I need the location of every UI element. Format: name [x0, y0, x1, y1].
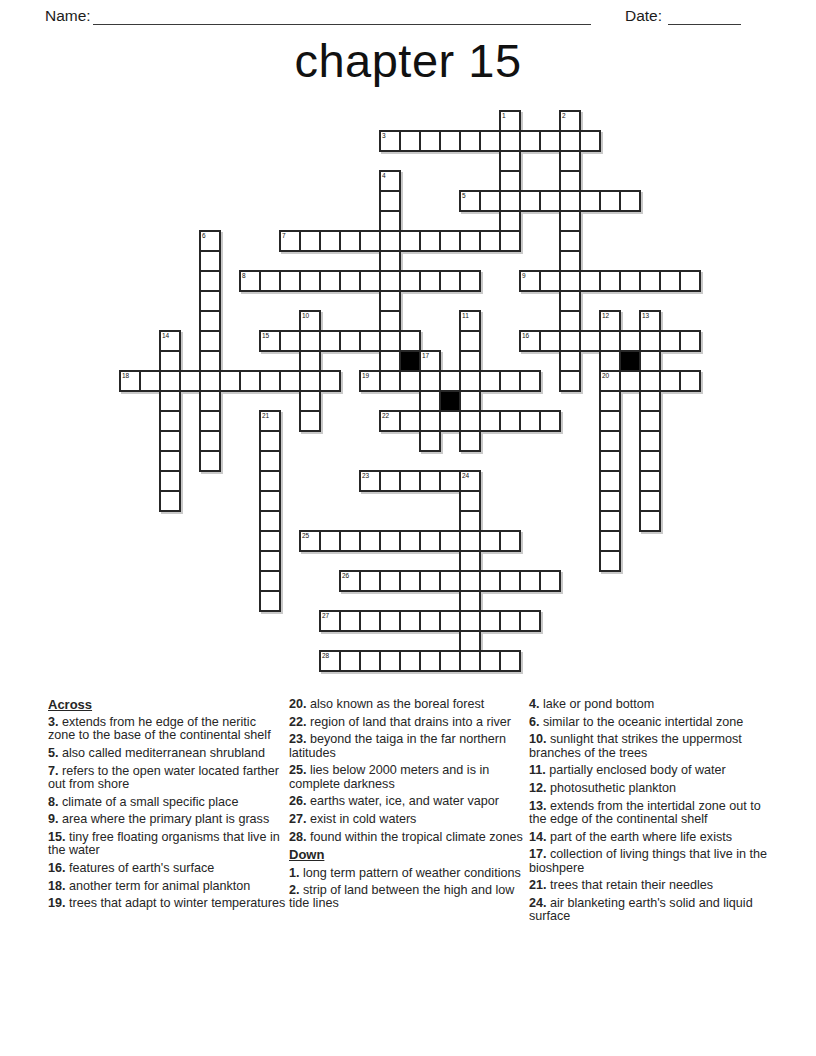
clue-number: 14 — [162, 332, 169, 339]
grid-cell[interactable] — [199, 330, 221, 352]
across-header: Across — [48, 698, 286, 711]
grid-cell[interactable] — [159, 490, 181, 512]
grid-cell[interactable] — [159, 430, 181, 452]
grid-cell[interactable] — [559, 310, 581, 332]
grid-cell[interactable] — [419, 390, 441, 412]
grid-cell[interactable] — [539, 270, 561, 292]
grid-cell[interactable] — [379, 570, 401, 592]
grid-cell[interactable] — [579, 130, 601, 152]
grid-cell[interactable] — [599, 190, 621, 212]
grid-cell[interactable] — [599, 510, 621, 532]
grid-cell[interactable] — [479, 530, 501, 552]
grid-cell[interactable] — [419, 230, 441, 252]
grid-cell[interactable] — [199, 310, 221, 332]
grid-cell[interactable] — [599, 350, 621, 372]
grid-cell[interactable]: 17 — [419, 350, 441, 372]
clues-column-3: 4. lake or pond bottom6. similar to the … — [529, 698, 777, 928]
grid-cell[interactable] — [399, 330, 421, 352]
grid-cell[interactable] — [399, 370, 421, 392]
grid-cell[interactable] — [639, 350, 661, 372]
grid-cell[interactable] — [299, 270, 321, 292]
grid-cell[interactable] — [459, 570, 481, 592]
grid-cell[interactable] — [619, 330, 641, 352]
down-header: Down — [289, 848, 527, 861]
grid-cell[interactable] — [259, 450, 281, 472]
grid-cell[interactable] — [279, 370, 301, 392]
grid-cell[interactable] — [439, 130, 461, 152]
clue-down-1: 1. long term pattern of weather conditio… — [289, 867, 527, 880]
grid-cell[interactable] — [279, 330, 301, 352]
grid-cell[interactable] — [379, 470, 401, 492]
grid-cell[interactable] — [559, 150, 581, 172]
grid-cell[interactable] — [499, 130, 521, 152]
clue-number: 13 — [642, 312, 649, 319]
grid-cell[interactable] — [639, 390, 661, 412]
clue-number: 2 — [562, 112, 566, 119]
grid-cell[interactable] — [439, 650, 461, 672]
grid-cell[interactable] — [359, 650, 381, 672]
grid-cell[interactable] — [379, 210, 401, 232]
grid-cell[interactable] — [559, 170, 581, 192]
grid-cell[interactable] — [639, 450, 661, 472]
grid-cell[interactable]: 6 — [199, 230, 221, 252]
grid-cell[interactable] — [479, 230, 501, 252]
clue-down-10: 10. sunlight that strikes the uppermost … — [529, 733, 777, 759]
grid-cell[interactable] — [499, 370, 521, 392]
grid-cell[interactable] — [459, 510, 481, 532]
grid-cell[interactable] — [439, 610, 461, 632]
grid-cell[interactable] — [419, 370, 441, 392]
grid-cell[interactable]: 16 — [519, 330, 541, 352]
crossword-grid: 1234567891011121314151617181920212223242… — [119, 110, 699, 670]
grid-cell[interactable]: 7 — [279, 230, 301, 252]
grid-cell[interactable] — [279, 270, 301, 292]
grid-cell[interactable] — [199, 350, 221, 372]
grid-cell[interactable] — [399, 610, 421, 632]
clues-column-2: 20. also known as the boreal forest22. r… — [289, 698, 527, 915]
grid-cell[interactable]: 26 — [339, 570, 361, 592]
grid-cell[interactable] — [299, 370, 321, 392]
grid-cell[interactable]: 25 — [299, 530, 321, 552]
grid-cell[interactable] — [419, 530, 441, 552]
clue-across-20: 20. also known as the boreal forest — [289, 698, 527, 711]
grid-cell[interactable] — [639, 510, 661, 532]
grid-cell[interactable] — [499, 610, 521, 632]
grid-cell[interactable] — [519, 610, 541, 632]
grid-cell[interactable] — [379, 610, 401, 632]
grid-cell[interactable] — [659, 370, 681, 392]
grid-cell[interactable] — [199, 250, 221, 272]
grid-cell[interactable] — [399, 650, 421, 672]
grid-cell[interactable] — [479, 130, 501, 152]
grid-cell[interactable] — [599, 470, 621, 492]
clue-across-8: 8. climate of a small specific place — [48, 796, 286, 809]
grid-cell[interactable] — [259, 550, 281, 572]
grid-cell[interactable] — [199, 370, 221, 392]
clue-down-6: 6. similar to the oceanic intertidal zon… — [529, 716, 777, 729]
clue-number: 6 — [202, 232, 206, 239]
grid-cell[interactable] — [319, 370, 341, 392]
grid-cell[interactable] — [639, 410, 661, 432]
grid-cell[interactable] — [559, 190, 581, 212]
grid-cell[interactable]: 23 — [359, 470, 381, 492]
grid-cell[interactable] — [439, 410, 461, 432]
grid-cell[interactable] — [639, 490, 661, 512]
grid-cell[interactable] — [599, 490, 621, 512]
grid-cell[interactable] — [299, 330, 321, 352]
black-cell — [399, 350, 421, 372]
grid-cell[interactable] — [399, 470, 421, 492]
grid-cell[interactable] — [299, 410, 321, 432]
grid-cell[interactable] — [379, 290, 401, 312]
page-title: chapter 15 — [0, 33, 816, 88]
grid-cell[interactable] — [599, 270, 621, 292]
grid-cell[interactable] — [599, 530, 621, 552]
grid-cell[interactable] — [399, 570, 421, 592]
grid-cell[interactable] — [199, 390, 221, 412]
grid-cell[interactable] — [459, 370, 481, 392]
grid-cell[interactable] — [379, 350, 401, 372]
grid-cell[interactable] — [579, 330, 601, 352]
grid-cell[interactable] — [619, 270, 641, 292]
grid-cell[interactable] — [559, 270, 581, 292]
grid-cell[interactable] — [559, 230, 581, 252]
clue-number: 7 — [282, 232, 286, 239]
grid-cell[interactable] — [299, 350, 321, 372]
black-cell — [439, 390, 461, 412]
clue-across-5: 5. also called mediterranean shrubland — [48, 747, 286, 760]
clue-number: 16 — [522, 332, 529, 339]
grid-cell[interactable] — [479, 410, 501, 432]
grid-cell[interactable] — [459, 650, 481, 672]
grid-cell[interactable] — [399, 230, 421, 252]
grid-cell[interactable] — [619, 190, 641, 212]
grid-cell[interactable] — [259, 490, 281, 512]
grid-cell[interactable] — [499, 570, 521, 592]
grid-cell[interactable] — [379, 650, 401, 672]
clue-down-13: 13. extends from the intertidal zone out… — [529, 800, 777, 826]
grid-cell[interactable] — [419, 130, 441, 152]
grid-cell[interactable] — [539, 330, 561, 352]
crossword-worksheet-page: Name: Date: chapter 15 12345678910111213… — [0, 0, 816, 1056]
grid-cell[interactable] — [459, 230, 481, 252]
grid-cell[interactable] — [519, 570, 541, 592]
grid-cell[interactable] — [319, 330, 341, 352]
grid-cell[interactable] — [539, 190, 561, 212]
name-date-bar: Name: Date: — [0, 5, 816, 29]
grid-cell[interactable] — [339, 330, 361, 352]
grid-cell[interactable] — [439, 530, 461, 552]
grid-cell[interactable] — [339, 650, 361, 672]
grid-cell[interactable] — [419, 270, 441, 292]
grid-cell[interactable] — [139, 370, 161, 392]
grid-cell[interactable] — [259, 590, 281, 612]
grid-cell[interactable] — [559, 130, 581, 152]
grid-cell[interactable] — [639, 430, 661, 452]
clue-number: 3 — [382, 132, 386, 139]
clue-number: 15 — [262, 332, 269, 339]
grid-cell[interactable] — [379, 230, 401, 252]
grid-cell[interactable] — [259, 370, 281, 392]
grid-cell[interactable] — [639, 470, 661, 492]
grid-cell[interactable] — [179, 370, 201, 392]
clue-number: 4 — [382, 172, 386, 179]
name-blank-line — [93, 5, 591, 25]
grid-cell[interactable] — [559, 330, 581, 352]
grid-cell[interactable] — [259, 270, 281, 292]
grid-cell[interactable] — [459, 490, 481, 512]
grid-cell[interactable] — [199, 290, 221, 312]
grid-cell[interactable] — [659, 330, 681, 352]
grid-cell[interactable] — [619, 370, 641, 392]
grid-cell[interactable]: 13 — [639, 310, 661, 332]
grid-cell[interactable] — [379, 250, 401, 272]
grid-cell[interactable] — [479, 370, 501, 392]
grid-cell[interactable] — [359, 230, 381, 252]
grid-cell[interactable] — [339, 530, 361, 552]
grid-cell[interactable] — [199, 410, 221, 432]
grid-cell[interactable]: 20 — [599, 370, 621, 392]
grid-cell[interactable] — [559, 210, 581, 232]
clue-number: 12 — [602, 312, 609, 319]
grid-cell[interactable] — [499, 190, 521, 212]
grid-cell[interactable] — [359, 530, 381, 552]
grid-cell[interactable] — [599, 430, 621, 452]
grid-cell[interactable] — [339, 610, 361, 632]
clue-number: 18 — [122, 372, 129, 379]
grid-cell[interactable] — [419, 410, 441, 432]
grid-cell[interactable] — [639, 330, 661, 352]
grid-cell[interactable] — [419, 430, 441, 452]
grid-cell[interactable] — [399, 270, 421, 292]
grid-cell[interactable] — [259, 570, 281, 592]
grid-cell[interactable] — [159, 410, 181, 432]
grid-cell[interactable] — [679, 330, 701, 352]
clue-across-26: 26. earths water, ice, and water vapor — [289, 795, 527, 808]
grid-cell[interactable] — [459, 390, 481, 412]
clue-number: 28 — [322, 652, 329, 659]
grid-cell[interactable] — [239, 370, 261, 392]
grid-cell[interactable] — [399, 410, 421, 432]
grid-cell[interactable] — [599, 330, 621, 352]
grid-cell[interactable]: 1 — [499, 110, 521, 132]
grid-cell[interactable] — [599, 550, 621, 572]
grid-cell[interactable]: 24 — [459, 470, 481, 492]
grid-cell[interactable] — [539, 410, 561, 432]
grid-cell[interactable] — [359, 570, 381, 592]
grid-cell[interactable] — [379, 310, 401, 332]
grid-cell[interactable]: 5 — [459, 190, 481, 212]
clue-number: 20 — [602, 372, 609, 379]
grid-cell[interactable]: 19 — [359, 370, 381, 392]
grid-cell[interactable] — [459, 630, 481, 652]
grid-cell[interactable] — [259, 530, 281, 552]
clue-across-23: 23. beyond the taiga in the far northern… — [289, 733, 527, 759]
clue-number: 8 — [242, 272, 246, 279]
grid-cell[interactable]: 21 — [259, 410, 281, 432]
clue-across-16: 16. features of earth's surface — [48, 862, 286, 875]
clue-across-7: 7. refers to the open water located fart… — [48, 765, 286, 791]
clue-down-2: 2. strip of land between the high and lo… — [289, 884, 527, 910]
grid-cell[interactable] — [379, 270, 401, 292]
grid-cell[interactable] — [519, 410, 541, 432]
grid-cell[interactable]: 10 — [299, 310, 321, 332]
grid-cell[interactable] — [259, 510, 281, 532]
clue-across-22: 22. region of land that drains into a ri… — [289, 716, 527, 729]
grid-cell[interactable] — [559, 370, 581, 392]
grid-cell[interactable] — [259, 430, 281, 452]
grid-cell[interactable] — [379, 190, 401, 212]
grid-cell[interactable] — [439, 370, 461, 392]
grid-cell[interactable]: 22 — [379, 410, 401, 432]
clue-number: 17 — [422, 352, 429, 359]
grid-cell[interactable] — [459, 330, 481, 352]
clue-down-24: 24. air blanketing earth's solid and liq… — [529, 897, 777, 923]
grid-cell[interactable]: 12 — [599, 310, 621, 332]
grid-cell[interactable] — [539, 130, 561, 152]
grid-cell[interactable] — [299, 390, 321, 412]
grid-cell[interactable] — [359, 330, 381, 352]
grid-cell[interactable] — [459, 590, 481, 612]
grid-cell[interactable] — [459, 550, 481, 572]
grid-cell[interactable] — [599, 410, 621, 432]
grid-cell[interactable] — [299, 230, 321, 252]
grid-cell[interactable] — [539, 570, 561, 592]
clue-across-15: 15. tiny free floating organisms that li… — [48, 831, 286, 857]
grid-cell[interactable] — [479, 650, 501, 672]
grid-cell[interactable] — [639, 370, 661, 392]
grid-cell[interactable] — [159, 390, 181, 412]
grid-cell[interactable] — [319, 270, 341, 292]
grid-cell[interactable] — [499, 650, 521, 672]
clue-down-4: 4. lake or pond bottom — [529, 698, 777, 711]
grid-cell[interactable] — [499, 210, 521, 232]
grid-cell[interactable] — [519, 130, 541, 152]
grid-cell[interactable]: 4 — [379, 170, 401, 192]
grid-cell[interactable] — [459, 410, 481, 432]
grid-cell[interactable] — [679, 270, 701, 292]
grid-cell[interactable] — [659, 270, 681, 292]
clue-across-19: 19. trees that adapt to winter temperatu… — [48, 897, 286, 910]
grid-cell[interactable]: 15 — [259, 330, 281, 352]
grid-cell[interactable] — [459, 270, 481, 292]
grid-cell[interactable] — [479, 610, 501, 632]
grid-cell[interactable] — [439, 470, 461, 492]
grid-cell[interactable]: 28 — [319, 650, 341, 672]
grid-cell[interactable] — [219, 370, 241, 392]
clue-number: 27 — [322, 612, 329, 619]
grid-cell[interactable] — [159, 450, 181, 472]
clue-across-3: 3. extends from he edge of the neritic z… — [48, 716, 286, 742]
clue-number: 9 — [522, 272, 526, 279]
grid-cell[interactable] — [439, 570, 461, 592]
grid-cell[interactable] — [479, 190, 501, 212]
clue-number: 1 — [502, 112, 506, 119]
grid-cell[interactable] — [399, 130, 421, 152]
grid-cell[interactable] — [559, 290, 581, 312]
grid-cell[interactable]: 3 — [379, 130, 401, 152]
grid-cell[interactable] — [339, 230, 361, 252]
grid-cell[interactable] — [399, 530, 421, 552]
grid-cell[interactable] — [559, 250, 581, 272]
grid-cell[interactable] — [499, 530, 521, 552]
clue-number: 24 — [462, 472, 469, 479]
grid-cell[interactable] — [499, 230, 521, 252]
clue-across-9: 9. area where the primary plant is grass — [48, 813, 286, 826]
grid-cell[interactable]: 27 — [319, 610, 341, 632]
grid-cell[interactable] — [259, 470, 281, 492]
clue-across-18: 18. another term for animal plankton — [48, 880, 286, 893]
grid-cell[interactable] — [159, 470, 181, 492]
grid-cell[interactable] — [159, 350, 181, 372]
grid-cell[interactable] — [319, 230, 341, 252]
grid-cell[interactable] — [439, 230, 461, 252]
grid-cell[interactable] — [359, 270, 381, 292]
clue-down-17: 17. collection of living things that liv… — [529, 848, 777, 874]
grid-cell[interactable] — [379, 530, 401, 552]
clue-number: 21 — [262, 412, 269, 419]
clue-number: 22 — [382, 412, 389, 419]
grid-cell[interactable] — [459, 610, 481, 632]
grid-cell[interactable] — [419, 610, 441, 632]
across-clues-list-1: 3. extends from he edge of the neritic z… — [48, 716, 286, 910]
grid-cell[interactable] — [499, 150, 521, 172]
grid-cell[interactable] — [499, 170, 521, 192]
grid-cell[interactable]: 14 — [159, 330, 181, 352]
grid-cell[interactable] — [379, 370, 401, 392]
grid-cell[interactable] — [599, 450, 621, 472]
down-clues-list-2: 4. lake or pond bottom6. similar to the … — [529, 698, 777, 923]
clue-number: 19 — [362, 372, 369, 379]
clue-down-11: 11. partially enclosed body of water — [529, 764, 777, 777]
grid-cell[interactable] — [159, 370, 181, 392]
clue-number: 5 — [462, 192, 466, 199]
grid-cell[interactable] — [379, 330, 401, 352]
grid-cell[interactable] — [459, 130, 481, 152]
grid-cell[interactable] — [359, 610, 381, 632]
grid-cell[interactable]: 9 — [519, 270, 541, 292]
grid-cell[interactable]: 11 — [459, 310, 481, 332]
across-clues-list-2: 20. also known as the boreal forest22. r… — [289, 698, 527, 844]
grid-cell[interactable] — [639, 270, 661, 292]
grid-cell[interactable] — [459, 430, 481, 452]
grid-cell[interactable] — [199, 450, 221, 472]
grid-cell[interactable] — [559, 350, 581, 372]
grid-cell[interactable] — [679, 370, 701, 392]
grid-cell[interactable] — [419, 650, 441, 672]
grid-cell[interactable] — [419, 570, 441, 592]
grid-cell[interactable] — [579, 190, 601, 212]
grid-cell[interactable]: 18 — [119, 370, 141, 392]
grid-cell[interactable] — [199, 430, 221, 452]
grid-cell[interactable] — [199, 270, 221, 292]
grid-cell[interactable] — [499, 410, 521, 432]
grid-cell[interactable] — [459, 350, 481, 372]
grid-cell[interactable] — [319, 530, 341, 552]
grid-cell[interactable] — [459, 530, 481, 552]
grid-cell[interactable] — [419, 470, 441, 492]
grid-cell[interactable] — [519, 370, 541, 392]
grid-cell[interactable] — [339, 270, 361, 292]
clue-down-14: 14. part of the earth where life exists — [529, 831, 777, 844]
grid-cell[interactable] — [599, 390, 621, 412]
grid-cell[interactable] — [579, 270, 601, 292]
grid-cell[interactable]: 2 — [559, 110, 581, 132]
grid-cell[interactable]: 8 — [239, 270, 261, 292]
grid-cell[interactable] — [479, 570, 501, 592]
grid-cell[interactable] — [519, 190, 541, 212]
grid-cell[interactable] — [439, 270, 461, 292]
